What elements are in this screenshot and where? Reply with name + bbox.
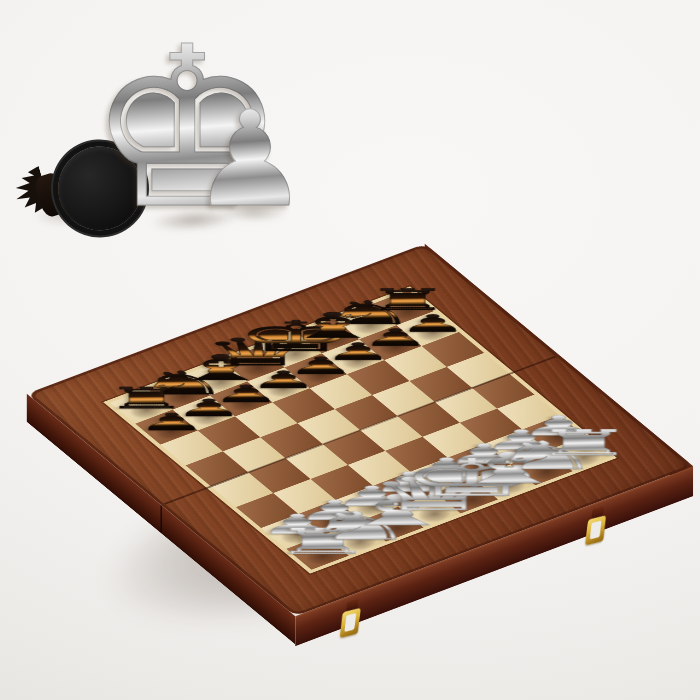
clasp-loop bbox=[585, 515, 606, 545]
queen-glyph: ♛ bbox=[365, 472, 502, 515]
square-c1[interactable] bbox=[361, 507, 423, 542]
piece-contact-shadow bbox=[340, 490, 402, 524]
square-b3[interactable] bbox=[273, 479, 335, 514]
square-a4[interactable] bbox=[211, 472, 273, 507]
pawn-glyph: ♟ bbox=[137, 411, 205, 432]
square-d4[interactable] bbox=[323, 430, 385, 465]
piece-contact-shadow bbox=[366, 511, 428, 545]
knight-glyph: ♞ bbox=[303, 508, 415, 543]
square-b4[interactable] bbox=[248, 458, 310, 493]
square-b5[interactable] bbox=[223, 437, 285, 472]
square-a1[interactable] bbox=[286, 535, 348, 570]
bishop-glyph: ♝ bbox=[336, 491, 458, 529]
gold-clasp-left bbox=[340, 598, 362, 638]
gold-clasp-right bbox=[585, 506, 607, 546]
board-scene: ♜♞♝♛♚♝♞♜♟♟♟♟♟♟♟♟♟♟♟♟♟♟♟♟♜♞♝♛♚♝♞♜ bbox=[0, 0, 700, 700]
chess-board: ♜♞♝♛♚♝♞♜♟♟♟♟♟♟♟♟♟♟♟♟♟♟♟♟♜♞♝♛♚♝♞♜ bbox=[27, 244, 693, 617]
square-b1[interactable] bbox=[324, 521, 386, 556]
square-c3[interactable] bbox=[311, 465, 373, 500]
square-b2[interactable] bbox=[298, 500, 360, 535]
piece-contact-shadow bbox=[291, 539, 353, 573]
square-a6[interactable] bbox=[160, 430, 222, 465]
square-a3[interactable] bbox=[236, 493, 298, 528]
square-d1[interactable] bbox=[398, 493, 460, 528]
square-a2[interactable] bbox=[261, 514, 323, 549]
fold-seam-edge bbox=[160, 505, 162, 535]
piece-contact-shadow bbox=[403, 497, 465, 531]
pawn-glyph: ♟ bbox=[295, 498, 374, 523]
pawn-glyph: ♟ bbox=[257, 512, 336, 537]
rook-glyph: ♜ bbox=[271, 525, 373, 557]
square-a5[interactable] bbox=[186, 451, 248, 486]
piece-contact-shadow bbox=[328, 525, 390, 559]
piece-contact-shadow bbox=[303, 504, 365, 538]
clasp-loop bbox=[340, 608, 361, 638]
piece-contact-shadow bbox=[266, 518, 328, 552]
product-photo: ♚ ♟ ♜♞♝♛♚♝♞♜♟♟♟♟♟♟♟♟♟♟♟♟♟♟♟♟♜♞♝♛♚♝♞♜ bbox=[0, 0, 700, 700]
square-c4[interactable] bbox=[285, 444, 347, 479]
